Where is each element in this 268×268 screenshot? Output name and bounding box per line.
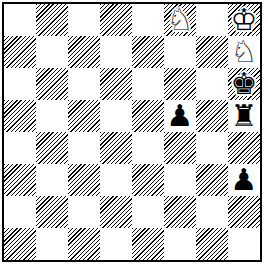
square-e3[interactable] [132, 164, 164, 196]
square-d4[interactable] [100, 132, 132, 164]
square-h3[interactable]: ♟ [228, 164, 260, 196]
square-f6[interactable] [164, 68, 196, 100]
square-d5[interactable] [100, 100, 132, 132]
square-c1[interactable] [68, 228, 100, 260]
square-f7[interactable] [164, 36, 196, 68]
square-a3[interactable] [4, 164, 36, 196]
white-king[interactable]: ♚♔ [228, 4, 260, 36]
black-rook[interactable]: ♜ [228, 100, 260, 132]
square-e1[interactable] [132, 228, 164, 260]
square-b2[interactable] [36, 196, 68, 228]
square-a8[interactable] [4, 4, 36, 36]
square-a2[interactable] [4, 196, 36, 228]
knight-outline-glyph: ♘ [228, 36, 260, 68]
square-f8[interactable]: ♞♘ [164, 4, 196, 36]
square-h5[interactable]: ♜ [228, 100, 260, 132]
square-a4[interactable] [4, 132, 36, 164]
white-knight[interactable]: ♞♘ [164, 4, 196, 36]
square-b4[interactable] [36, 132, 68, 164]
square-f5[interactable]: ♟ [164, 100, 196, 132]
square-d8[interactable] [100, 4, 132, 36]
square-c7[interactable] [68, 36, 100, 68]
knight-outline-glyph: ♘ [164, 4, 196, 36]
square-b1[interactable] [36, 228, 68, 260]
square-g2[interactable] [196, 196, 228, 228]
pawn-glyph: ♟ [164, 100, 196, 132]
square-g3[interactable] [196, 164, 228, 196]
square-e2[interactable] [132, 196, 164, 228]
board: ♞♘♚♔♞♘♚♟♜♟ [4, 4, 260, 260]
square-g5[interactable] [196, 100, 228, 132]
square-a7[interactable] [4, 36, 36, 68]
square-e8[interactable] [132, 4, 164, 36]
square-a5[interactable] [4, 100, 36, 132]
square-e5[interactable] [132, 100, 164, 132]
square-c2[interactable] [68, 196, 100, 228]
square-c8[interactable] [68, 4, 100, 36]
rook-glyph: ♜ [228, 100, 260, 132]
black-pawn[interactable]: ♟ [228, 164, 260, 196]
square-c4[interactable] [68, 132, 100, 164]
square-d6[interactable] [100, 68, 132, 100]
king-outline-glyph: ♔ [228, 4, 260, 36]
square-d1[interactable] [100, 228, 132, 260]
square-b6[interactable] [36, 68, 68, 100]
square-b7[interactable] [36, 36, 68, 68]
square-g1[interactable] [196, 228, 228, 260]
square-h2[interactable] [228, 196, 260, 228]
chess-diagram: ♞♘♚♔♞♘♚♟♜♟ [0, 0, 268, 268]
square-a1[interactable] [4, 228, 36, 260]
square-g7[interactable] [196, 36, 228, 68]
square-g8[interactable] [196, 4, 228, 36]
pawn-glyph: ♟ [228, 164, 260, 196]
square-f4[interactable] [164, 132, 196, 164]
black-pawn[interactable]: ♟ [164, 100, 196, 132]
square-c6[interactable] [68, 68, 100, 100]
square-e6[interactable] [132, 68, 164, 100]
square-b8[interactable] [36, 4, 68, 36]
square-f3[interactable] [164, 164, 196, 196]
square-d7[interactable] [100, 36, 132, 68]
square-b3[interactable] [36, 164, 68, 196]
king-glyph: ♚ [228, 68, 260, 100]
square-f1[interactable] [164, 228, 196, 260]
square-c5[interactable] [68, 100, 100, 132]
white-knight[interactable]: ♞♘ [228, 36, 260, 68]
square-h1[interactable] [228, 228, 260, 260]
square-b5[interactable] [36, 100, 68, 132]
square-c3[interactable] [68, 164, 100, 196]
square-h8[interactable]: ♚♔ [228, 4, 260, 36]
square-f2[interactable] [164, 196, 196, 228]
square-e4[interactable] [132, 132, 164, 164]
square-h6[interactable]: ♚ [228, 68, 260, 100]
square-h4[interactable] [228, 132, 260, 164]
square-g4[interactable] [196, 132, 228, 164]
square-h7[interactable]: ♞♘ [228, 36, 260, 68]
square-d2[interactable] [100, 196, 132, 228]
square-a6[interactable] [4, 68, 36, 100]
black-king[interactable]: ♚ [228, 68, 260, 100]
square-g6[interactable] [196, 68, 228, 100]
board-frame: ♞♘♚♔♞♘♚♟♜♟ [2, 2, 262, 262]
square-d3[interactable] [100, 164, 132, 196]
square-e7[interactable] [132, 36, 164, 68]
